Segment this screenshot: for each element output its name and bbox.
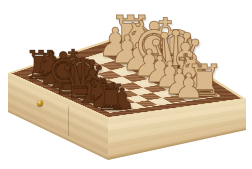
drawer-knob <box>37 100 43 106</box>
chess-box-product-photo: ♜♞♝♛♚♝♞♜♟♟♟♟♟♟♟♟♟♟♟♟♟♟♟♟♜♞♝♛♚♝♞♜ <box>0 0 252 169</box>
piece-white-pawn-a2: ♟ <box>173 69 204 103</box>
piece-black-rook-a8: ♜ <box>95 81 127 117</box>
